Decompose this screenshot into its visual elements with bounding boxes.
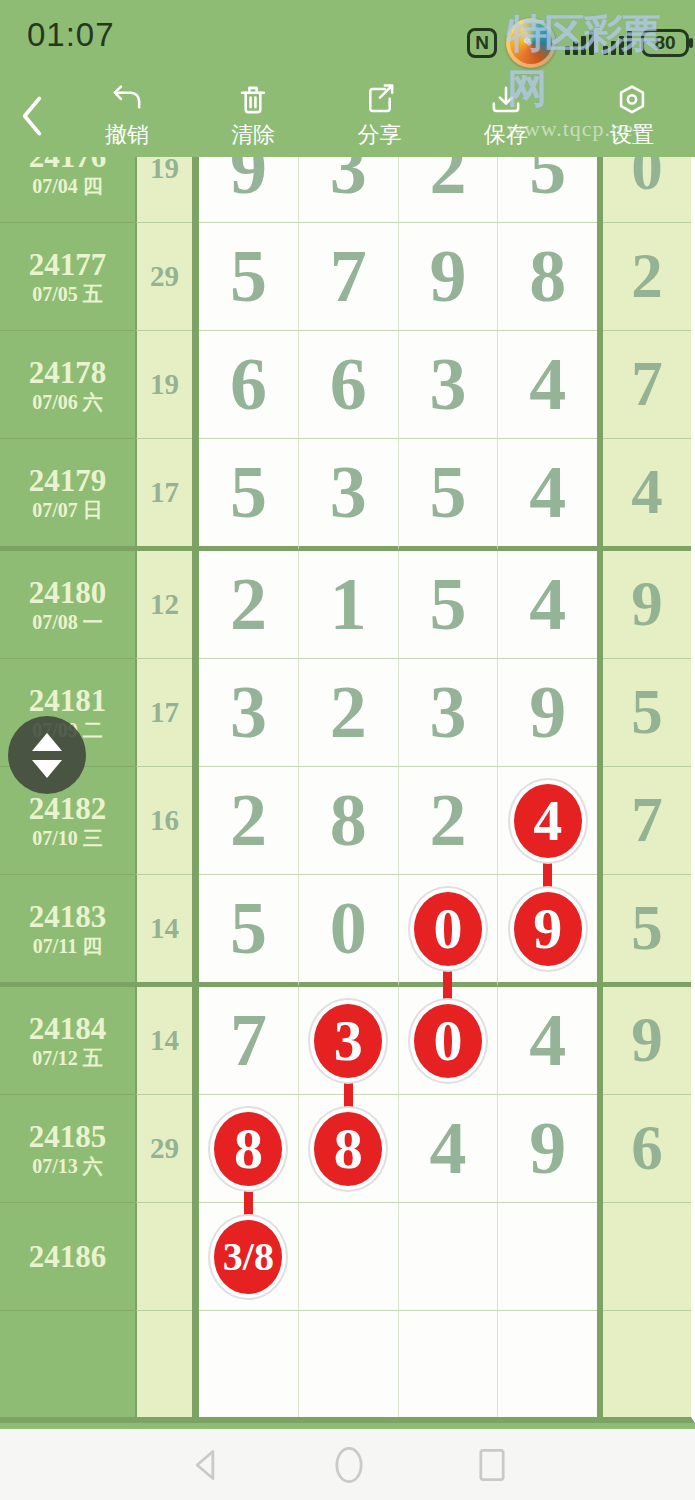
digit: 5 [230,886,267,971]
digit: 4 [529,562,566,647]
last-digit-cell[interactable]: 7 [603,331,691,439]
digit: 5 [429,562,466,647]
last-digit-cell[interactable]: 9 [603,987,691,1095]
sum-cell: 14 [135,987,192,1095]
digit: 2 [230,562,267,647]
chart-row: 2418307/11 四1450095 [0,875,691,987]
period-number: 24183 [29,899,107,935]
period-number: 24185 [29,1119,107,1155]
digit-cell[interactable]: 7 [199,987,299,1095]
digit-cell[interactable]: 3 [399,659,499,767]
back-triangle-icon[interactable] [188,1447,222,1483]
marked-number[interactable]: 4 [510,780,586,862]
digit-cell[interactable]: 5 [399,551,499,659]
period-cell: 24186 [0,1203,135,1311]
sum-cell [135,1203,192,1311]
digit-cell[interactable]: 5 [199,439,299,551]
digit: 9 [230,157,267,211]
draw-date: 07/12 五 [32,1047,103,1070]
digit-cell[interactable]: 4 [498,987,597,1095]
period-number: 24176 [29,157,107,175]
scroll-up-icon [32,733,62,751]
digits-group: 5009 [192,875,603,987]
digit-cell[interactable] [399,1311,499,1419]
last-digit-cell[interactable]: 2 [603,223,691,331]
digit-cell[interactable]: 5 [498,157,597,223]
digit-cell[interactable]: 9 [498,875,597,987]
digit: 3 [330,450,367,535]
digit: 3 [429,342,466,427]
digit: 4 [429,1106,466,1191]
save-label: 保存 [484,120,528,150]
digit: 4 [529,998,566,1083]
marked-number[interactable]: 0 [410,888,486,970]
digit: 9 [529,1106,566,1191]
sum-cell: 14 [135,875,192,987]
chart-row: 2417907/07 日1753544 [0,439,691,551]
chart-row: 2417707/05 五2957982 [0,223,691,331]
digit-cell[interactable]: 9 [498,659,597,767]
digit-cell[interactable] [199,1311,299,1419]
chart-row: 2418507/13 六2988496 [0,1095,691,1203]
share-label: 分享 [358,120,402,150]
marked-number[interactable]: 0 [410,1000,486,1082]
chart-row [0,1311,691,1419]
app-logo-swirl-icon [506,18,556,68]
digit: 1 [330,562,367,647]
digit-cell[interactable] [299,1203,399,1311]
digit-cell[interactable]: 3/8 [199,1203,299,1311]
last-digit-cell[interactable]: 7 [603,767,691,875]
digit-cell[interactable] [399,1203,499,1311]
digit-cell[interactable]: 0 [399,875,499,987]
chart-rows: 2417607/04 四19932502417707/05 五295798224… [0,157,691,1419]
digit-cell[interactable]: 9 [199,157,299,223]
digit: 6 [230,342,267,427]
period-number: 24181 [29,683,107,719]
period-number: 24179 [29,463,107,499]
trash-icon [236,83,270,117]
undo-label: 撤销 [105,120,149,150]
digit-cell[interactable]: 9 [498,1095,597,1203]
draw-date: 07/04 四 [32,175,103,198]
last-digit-cell[interactable]: 5 [603,875,691,987]
nfc-icon: N [467,28,497,58]
digit-cell[interactable]: 0 [299,875,399,987]
digit: 4 [529,342,566,427]
digit-cell[interactable]: 3 [399,331,499,439]
undo-icon [110,83,144,117]
back-button[interactable] [0,94,64,138]
digits-group [192,1311,603,1419]
chart-row: 2418407/12 五1473049 [0,987,691,1095]
marked-number[interactable]: 3 [310,1000,386,1082]
share-button[interactable]: 分享 [316,83,442,150]
chart-row: 2418107/09 二1732395 [0,659,691,767]
digit-cell[interactable]: 5 [199,875,299,987]
digits-group: 9325 [192,157,603,223]
last-digit-cell[interactable]: 9 [603,551,691,659]
last-digit-cell[interactable]: 0 [603,157,691,223]
digit-cell[interactable]: 2 [299,659,399,767]
digits-group: 8849 [192,1095,603,1203]
marked-number[interactable]: 8 [310,1108,386,1190]
digit: 8 [330,778,367,863]
digits-group: 3239 [192,659,603,767]
digit-cell[interactable]: 4 [498,331,597,439]
period-number: 24186 [29,1239,107,1275]
digit-cell[interactable]: 2 [399,157,499,223]
digit: 3 [330,157,367,211]
toolbar: 撤销 清除 分享 保存 [0,75,695,157]
digits-group: 2154 [192,551,603,659]
digit: 7 [330,234,367,319]
digit: 3 [429,670,466,755]
digit-cell[interactable]: 2 [199,551,299,659]
period-number: 24177 [29,247,107,283]
marked-number[interactable]: 8 [210,1108,286,1190]
digit: 5 [529,157,566,211]
status-bar: 01:07 N 80 [0,0,695,75]
sum-cell: 29 [135,223,192,331]
digit-cell[interactable]: 5 [399,439,499,551]
chart-row: 2417807/06 六1966347 [0,331,691,439]
sum-cell: 19 [135,157,192,223]
digit: 9 [529,670,566,755]
last-digit-cell[interactable]: 5 [603,659,691,767]
save-button[interactable]: 保存 [443,83,569,150]
home-circle-icon[interactable] [332,1444,366,1486]
digits-group: 2824 [192,767,603,875]
digit-cell[interactable]: 4 [498,767,597,875]
digit: 9 [429,234,466,319]
period-number: 24178 [29,355,107,391]
sum-cell: 29 [135,1095,192,1203]
digit: 5 [230,450,267,535]
digit: 3 [230,670,267,755]
period-cell: 2418307/11 四 [0,875,135,987]
last-digit-cell[interactable] [603,1203,691,1311]
period-cell [0,1311,135,1419]
digit: 5 [230,234,267,319]
chevron-left-icon [17,94,47,138]
sum-cell: 19 [135,331,192,439]
digit: 7 [230,998,267,1083]
sum-cell: 17 [135,659,192,767]
digit: 6 [330,342,367,427]
digit-cell[interactable]: 3 [299,987,399,1095]
digit: 2 [230,778,267,863]
scroll-up-down-button[interactable] [8,716,86,794]
draw-date: 07/11 四 [33,935,102,958]
digit: 2 [330,670,367,755]
digit-cell[interactable] [498,1203,597,1311]
draw-date: 07/06 六 [32,391,103,414]
digit-cell[interactable]: 9 [399,223,499,331]
android-nav-bar [0,1429,695,1500]
battery-icon: 80 [641,29,689,57]
chart-row: 241863/8 [0,1203,691,1311]
period-cell: 2417607/04 四 [0,157,135,223]
chart-row: 2418207/10 三1628247 [0,767,691,875]
sum-cell: 12 [135,551,192,659]
period-cell: 2418007/08 一 [0,551,135,659]
period-cell: 2417807/06 六 [0,331,135,439]
digit-cell[interactable]: 6 [199,331,299,439]
settings-label: 设置 [610,120,654,150]
draw-date: 07/10 三 [32,827,103,850]
undo-button[interactable]: 撤销 [64,83,190,150]
digit: 4 [529,450,566,535]
settings-icon [615,83,649,117]
digit-cell[interactable]: 8 [199,1095,299,1203]
period-cell: 2417707/05 五 [0,223,135,331]
sum-cell: 17 [135,439,192,551]
settings-button[interactable]: 设置 [569,83,695,150]
period-cell: 2418507/13 六 [0,1095,135,1203]
sum-cell: 16 [135,767,192,875]
digit-cell[interactable]: 2 [199,767,299,875]
draw-date: 07/13 六 [32,1155,103,1178]
last-digit-cell[interactable]: 6 [603,1095,691,1203]
trend-chart-table: 2417607/04 四19932502417707/05 五295798224… [0,157,695,1423]
digit-cell[interactable]: 8 [498,223,597,331]
digit: 8 [529,234,566,319]
clear-label: 清除 [231,120,275,150]
period-number: 24184 [29,1011,107,1047]
last-digit-cell[interactable]: 4 [603,439,691,551]
digit: 0 [330,886,367,971]
digits-group: 5354 [192,439,603,551]
draw-date: 07/08 一 [32,611,103,634]
digit: 5 [429,450,466,535]
digit: 2 [429,778,466,863]
digit-cell[interactable]: 8 [299,767,399,875]
digits-group: 7304 [192,987,603,1095]
scroll-down-icon [32,760,62,778]
digit-cell[interactable]: 4 [498,551,597,659]
marked-number[interactable]: 9 [510,888,586,970]
marked-number[interactable]: 3/8 [210,1216,286,1298]
last-digit-cell[interactable] [603,1311,691,1419]
digits-group: 6634 [192,331,603,439]
digit-cell[interactable] [299,1311,399,1419]
digits-group: 3/8 [192,1203,603,1311]
digit-cell[interactable]: 8 [299,1095,399,1203]
signal-bars-icon [603,31,632,55]
signal-bars-icon [565,31,594,55]
digits-group: 5798 [192,223,603,331]
digit-cell[interactable]: 4 [498,439,597,551]
digit-cell[interactable]: 1 [299,551,399,659]
digit-cell[interactable]: 0 [399,987,499,1095]
digit-cell[interactable]: 7 [299,223,399,331]
digit-cell[interactable]: 6 [299,331,399,439]
digit-cell[interactable]: 5 [199,223,299,331]
digit-cell[interactable] [498,1311,597,1419]
period-number: 24182 [29,791,107,827]
clear-button[interactable]: 清除 [190,83,316,150]
digit-cell[interactable]: 3 [299,439,399,551]
digit-cell[interactable]: 2 [399,767,499,875]
digit-cell[interactable]: 3 [299,157,399,223]
period-cell: 2418407/12 五 [0,987,135,1095]
sum-cell [135,1311,192,1419]
draw-date: 07/05 五 [32,283,103,306]
digit: 2 [429,157,466,211]
chart-row: 2417607/04 四1993250 [0,157,691,223]
draw-date: 07/07 日 [32,499,103,522]
period-number: 24180 [29,575,107,611]
digit-cell[interactable]: 3 [199,659,299,767]
digit-cell[interactable]: 4 [399,1095,499,1203]
period-cell: 2417907/07 日 [0,439,135,551]
share-icon [363,83,397,117]
recents-square-icon[interactable] [476,1446,508,1484]
save-icon [489,83,523,117]
clock: 01:07 [27,16,115,54]
app-screen: 01:07 N 80 特区彩票网 www.tqcp.net [0,0,695,1500]
chart-row: 2418007/08 一1221549 [0,551,691,659]
